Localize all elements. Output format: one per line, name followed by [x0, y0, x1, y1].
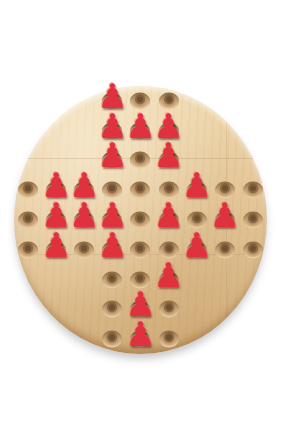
peg-cell[interactable]: ♟	[155, 146, 183, 176]
off-board-cell	[239, 265, 267, 295]
empty-hole-cell[interactable]	[98, 265, 126, 295]
off-board-cell	[14, 116, 42, 146]
empty-hole-cell[interactable]	[126, 175, 154, 205]
off-board-cell	[14, 294, 42, 324]
empty-hole-cell[interactable]	[155, 294, 183, 324]
off-board-cell	[239, 146, 267, 176]
hole-dish	[74, 241, 94, 258]
empty-hole-cell[interactable]	[14, 205, 42, 235]
peg-cell[interactable]: ♟	[126, 116, 154, 146]
peg-cell[interactable]: ♟	[126, 324, 154, 354]
off-board-cell	[14, 265, 42, 295]
off-board-cell	[42, 294, 70, 324]
empty-hole-cell[interactable]	[239, 205, 267, 235]
off-board-cell	[70, 324, 98, 354]
red-peg[interactable]: ♟	[153, 198, 183, 232]
off-board-cell	[42, 324, 70, 354]
red-peg[interactable]: ♟	[125, 317, 155, 351]
hole-dish	[18, 182, 38, 199]
hole-dish	[130, 152, 150, 169]
peg-cell[interactable]: ♟	[211, 205, 239, 235]
empty-hole-cell[interactable]	[14, 175, 42, 205]
hole-dish	[243, 182, 263, 199]
off-board-cell	[183, 294, 211, 324]
off-board-cell	[42, 265, 70, 295]
hole-dish	[215, 241, 235, 258]
solitaire-board: ♟♟♟♟♟♟♟♟♟♟♟♟♟♟♟♟♟♟♟♟	[14, 86, 267, 354]
peg-cell[interactable]: ♟	[98, 146, 126, 176]
off-board-cell	[211, 146, 239, 176]
off-board-cell	[211, 294, 239, 324]
hole-dish	[102, 301, 122, 318]
peg-cell[interactable]: ♟	[155, 265, 183, 295]
empty-hole-cell[interactable]	[211, 235, 239, 265]
empty-hole-cell[interactable]	[70, 235, 98, 265]
off-board-cell	[239, 86, 267, 116]
off-board-cell	[14, 146, 42, 176]
off-board-cell	[183, 116, 211, 146]
peg-cell[interactable]: ♟	[42, 235, 70, 265]
off-board-cell	[239, 294, 267, 324]
hole-dish	[243, 241, 263, 258]
off-board-cell	[70, 116, 98, 146]
empty-hole-cell[interactable]	[239, 175, 267, 205]
empty-hole-cell[interactable]	[14, 235, 42, 265]
empty-hole-cell[interactable]	[126, 146, 154, 176]
hole-dish	[130, 241, 150, 258]
empty-hole-cell[interactable]	[126, 235, 154, 265]
empty-hole-cell[interactable]	[98, 294, 126, 324]
peg-cell[interactable]: ♟	[70, 205, 98, 235]
off-board-cell	[183, 86, 211, 116]
red-peg[interactable]: ♟	[181, 168, 211, 202]
off-board-cell	[42, 86, 70, 116]
peg-cell[interactable]: ♟	[98, 235, 126, 265]
red-peg[interactable]: ♟	[181, 228, 211, 262]
empty-hole-cell[interactable]	[98, 324, 126, 354]
off-board-cell	[70, 86, 98, 116]
off-board-cell	[70, 294, 98, 324]
photo-stage: ♟♟♟♟♟♟♟♟♟♟♟♟♟♟♟♟♟♟♟♟	[0, 0, 287, 431]
peg-cell[interactable]: ♟	[183, 235, 211, 265]
hole-dish	[102, 331, 122, 348]
off-board-cell	[70, 265, 98, 295]
hole-dish	[18, 241, 38, 258]
off-board-cell	[239, 116, 267, 146]
empty-hole-cell[interactable]	[126, 205, 154, 235]
hole-dish	[159, 301, 179, 318]
red-peg[interactable]: ♟	[97, 228, 127, 262]
red-peg[interactable]: ♟	[210, 198, 240, 232]
red-peg[interactable]: ♟	[153, 139, 183, 173]
red-peg[interactable]: ♟	[125, 109, 155, 143]
peg-cell[interactable]: ♟	[183, 175, 211, 205]
hole-dish	[130, 182, 150, 199]
hole-dish	[130, 211, 150, 228]
off-board-cell	[211, 265, 239, 295]
hole-dish	[159, 331, 179, 348]
hole-dish	[243, 211, 263, 228]
off-board-cell	[42, 116, 70, 146]
off-board-cell	[14, 324, 42, 354]
red-peg[interactable]: ♟	[41, 228, 71, 262]
off-board-cell	[14, 86, 42, 116]
off-board-cell	[183, 324, 211, 354]
empty-hole-cell[interactable]	[155, 324, 183, 354]
off-board-cell	[211, 86, 239, 116]
off-board-cell	[239, 324, 267, 354]
red-peg[interactable]: ♟	[153, 258, 183, 292]
peg-grid: ♟♟♟♟♟♟♟♟♟♟♟♟♟♟♟♟♟♟♟♟	[14, 86, 267, 354]
red-peg[interactable]: ♟	[97, 139, 127, 173]
empty-hole-cell[interactable]	[239, 235, 267, 265]
off-board-cell	[211, 116, 239, 146]
hole-dish	[102, 271, 122, 288]
hole-dish	[18, 211, 38, 228]
peg-cell[interactable]: ♟	[155, 205, 183, 235]
off-board-cell	[211, 324, 239, 354]
red-peg[interactable]: ♟	[69, 198, 99, 232]
off-board-cell	[183, 265, 211, 295]
